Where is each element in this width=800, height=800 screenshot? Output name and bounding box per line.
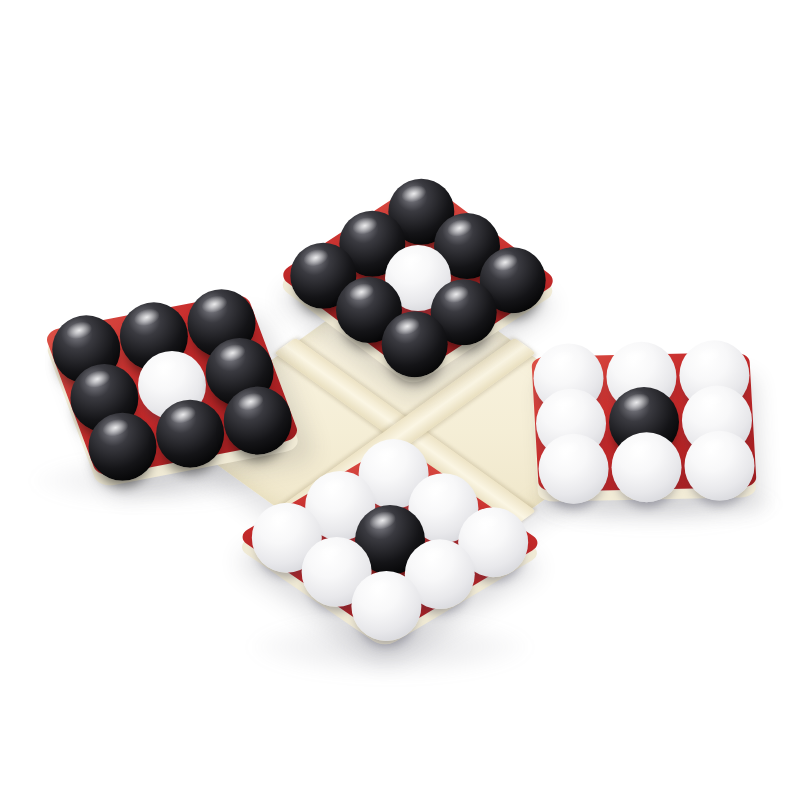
cell-right-r2c1[interactable] (609, 444, 684, 491)
cell-right-r2c2[interactable] (682, 442, 757, 489)
product-photo-scene (0, 0, 800, 800)
quadrant-right[interactable] (531, 352, 756, 492)
black-marble[interactable] (382, 311, 448, 377)
cell-right-r2c0[interactable] (536, 445, 611, 492)
white-marble[interactable] (351, 571, 421, 641)
quadrant-left-grid (43, 292, 300, 477)
black-marble[interactable] (224, 387, 292, 455)
quadrant-right-grid (531, 352, 756, 492)
black-marble[interactable] (89, 413, 157, 481)
white-marble[interactable] (539, 434, 609, 504)
white-marble[interactable] (684, 431, 754, 501)
black-marble[interactable] (156, 400, 224, 468)
white-marble[interactable] (612, 432, 682, 502)
quadrant-left[interactable] (43, 292, 300, 477)
